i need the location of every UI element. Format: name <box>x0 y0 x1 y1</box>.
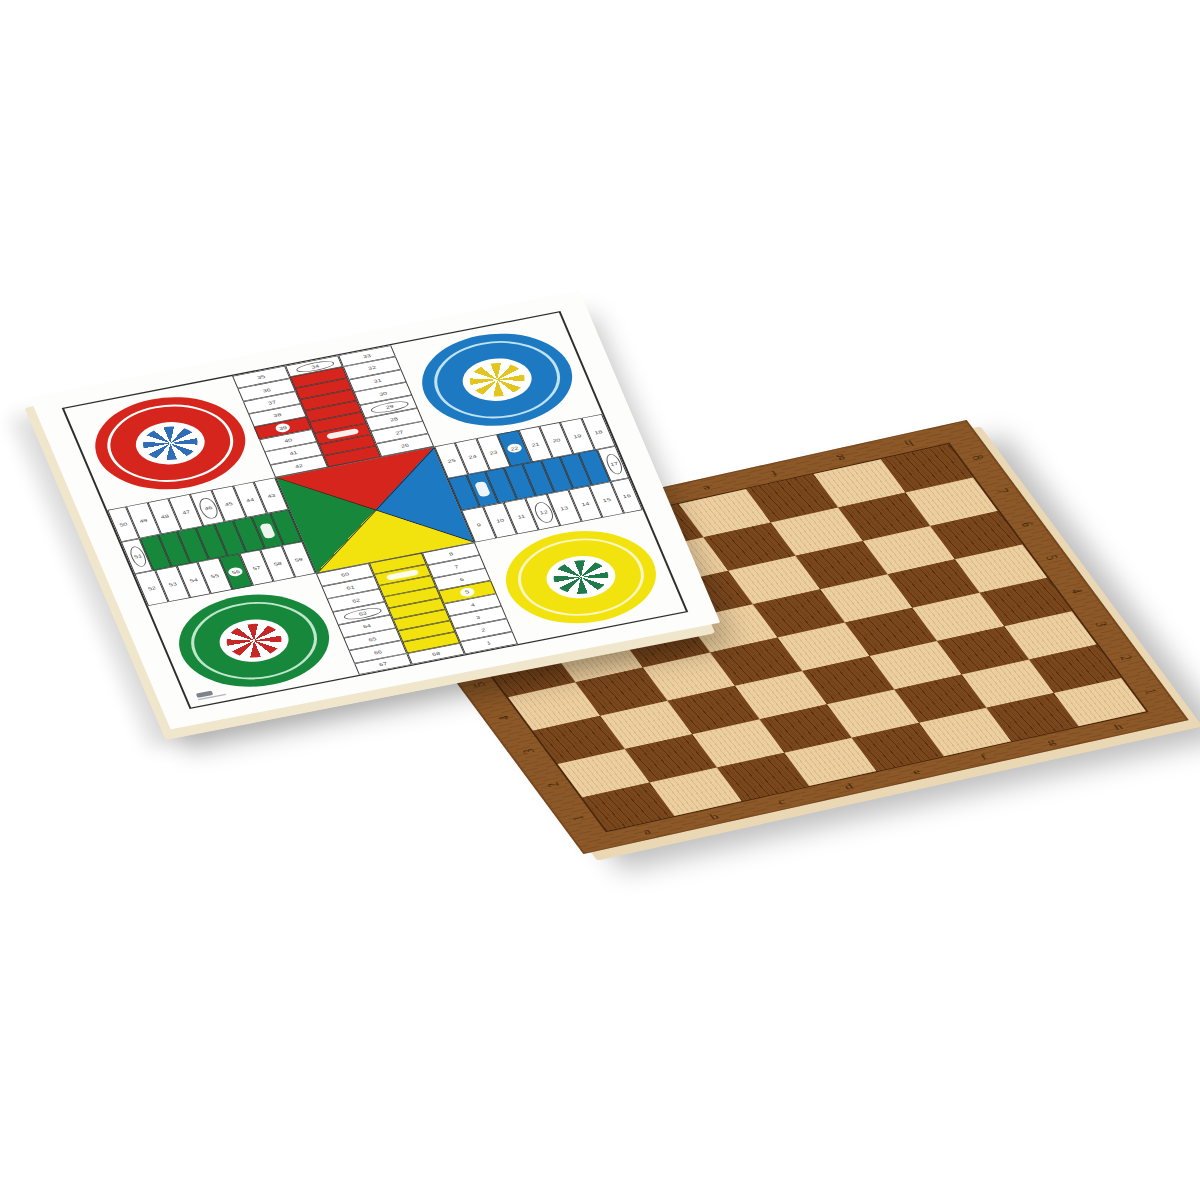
cell-number: 53 <box>168 581 177 587</box>
chess-rank-label-left-2: 2 <box>544 781 563 788</box>
chess-file-label-bottom-c: c <box>775 797 788 807</box>
start-cell-circle: 5 <box>459 587 476 598</box>
cell-number: 3 <box>475 615 481 620</box>
cell-number: 47 <box>181 509 190 515</box>
cell-number: 59 <box>294 557 303 563</box>
cell-number: 7 <box>454 564 460 569</box>
cell-number: 49 <box>139 518 148 524</box>
cell-number: 60 <box>340 572 349 578</box>
cell-number: 4 <box>470 602 476 607</box>
pinwheel-star-icon <box>136 422 203 464</box>
chess-file-label-bottom-g: g <box>1044 737 1057 747</box>
cell-number: 1 <box>486 640 492 645</box>
chess-rank-label-right-4: 4 <box>1066 587 1085 594</box>
chess-rank-label-left-3: 3 <box>519 747 538 754</box>
chess-rank-label-left-1: 1 <box>568 814 587 821</box>
product-photo-stage: aa88bb77cc66dd55ee44ff33gg22hh11 3536373… <box>0 0 1200 1200</box>
cell-number: 2 <box>481 628 487 633</box>
cell-number: 39 <box>278 425 287 431</box>
cell-number: 61 <box>346 585 355 591</box>
cell-number: 9 <box>476 522 482 527</box>
chess-rank-label-right-3: 3 <box>1091 621 1110 628</box>
cell-number: 43 <box>267 493 276 499</box>
cell-number: 22 <box>510 445 519 451</box>
cell-number: 56 <box>231 569 240 575</box>
cell-number: 26 <box>400 442 409 448</box>
cell-number: 38 <box>273 412 282 418</box>
chess-rank-label-right-1: 1 <box>1141 687 1160 694</box>
start-cell-circle: 39 <box>274 422 291 433</box>
pinwheel-star-icon <box>463 358 530 400</box>
cell-number: 41 <box>289 450 298 456</box>
cell-number: 32 <box>367 365 376 371</box>
chess-file-label-top-g: g <box>834 453 847 463</box>
cell-number: 35 <box>257 374 266 380</box>
cell-number: 11 <box>517 513 526 519</box>
cell-number: 29 <box>385 404 394 410</box>
cell-number: 30 <box>378 391 387 397</box>
cell-number: 58 <box>273 561 282 567</box>
cell-number: 62 <box>351 598 360 604</box>
chess-file-label-bottom-a: a <box>641 827 654 837</box>
cell-number: 5 <box>464 590 470 595</box>
cell-number: 21 <box>531 441 540 447</box>
cell-number: 36 <box>262 387 271 393</box>
cell-number: 63 <box>358 611 367 617</box>
cell-number: 52 <box>147 585 156 591</box>
chess-file-label-bottom-f: f <box>978 752 989 761</box>
cell-number: 48 <box>160 513 169 519</box>
home-column-marker <box>474 481 490 498</box>
cell-number: 51 <box>133 554 142 560</box>
cell-number: 16 <box>622 493 631 499</box>
cell-number: 6 <box>459 577 465 582</box>
chess-file-label-top-f: f <box>768 469 779 478</box>
chess-rank-label-right-6: 6 <box>1017 520 1036 527</box>
pinwheel-star-icon <box>220 619 287 661</box>
start-cell-circle: 22 <box>506 443 523 454</box>
cell-number: 40 <box>283 438 292 444</box>
cell-number: 10 <box>495 518 504 524</box>
home-column-marker <box>259 523 275 540</box>
cell-number: 45 <box>224 501 233 507</box>
cell-number: 8 <box>448 552 454 557</box>
cell-number: 18 <box>594 429 603 435</box>
cell-number: 14 <box>581 501 590 507</box>
chess-file-label-top-h: h <box>902 439 915 449</box>
cell-number: 66 <box>373 649 382 655</box>
chess-rank-label-right-7: 7 <box>992 487 1011 494</box>
cell-number: 67 <box>378 661 387 667</box>
cell-number: 33 <box>362 353 371 359</box>
chess-rank-label-right-5: 5 <box>1042 554 1061 561</box>
cell-number: 25 <box>447 458 456 464</box>
cell-number: 34 <box>310 364 319 370</box>
cell-number: 17 <box>610 461 619 467</box>
cell-number: 50 <box>119 521 128 527</box>
cell-number: 13 <box>559 505 568 511</box>
cell-number: 20 <box>552 437 561 443</box>
cell-number: 37 <box>267 400 276 406</box>
chess-rank-label-right-2: 2 <box>1116 654 1135 661</box>
chess-file-label-top-e: e <box>700 483 713 493</box>
chess-file-label-bottom-b: b <box>707 812 720 822</box>
cell-number: 68 <box>431 651 440 657</box>
cell-number: 31 <box>373 378 382 384</box>
chess-rank-label-right-8: 8 <box>968 454 987 461</box>
cell-number: 55 <box>210 573 219 579</box>
cell-number: 42 <box>294 463 303 469</box>
chess-file-label-bottom-h: h <box>1112 722 1125 732</box>
start-cell-circle: 56 <box>227 566 244 577</box>
cell-number: 65 <box>368 636 377 642</box>
chess-file-label-bottom-d: d <box>842 782 855 792</box>
cell-number: 44 <box>245 497 254 503</box>
cell-number: 19 <box>573 433 582 439</box>
pinwheel-star-icon <box>547 556 614 598</box>
cell-number: 28 <box>389 417 398 423</box>
cell-number: 15 <box>602 497 611 503</box>
chess-rank-label-left-4: 4 <box>494 714 513 721</box>
chess-rank-label-left-5: 5 <box>470 681 489 688</box>
cell-number: 64 <box>362 623 371 629</box>
cell-number: 57 <box>252 565 261 571</box>
chess-file-label-bottom-e: e <box>910 767 923 777</box>
cell-number: 54 <box>189 577 198 583</box>
cell-number: 27 <box>395 430 404 436</box>
cell-number: 24 <box>468 454 477 460</box>
cell-number: 46 <box>204 506 213 512</box>
cell-number: 23 <box>489 450 498 456</box>
cell-number: 12 <box>539 510 548 516</box>
